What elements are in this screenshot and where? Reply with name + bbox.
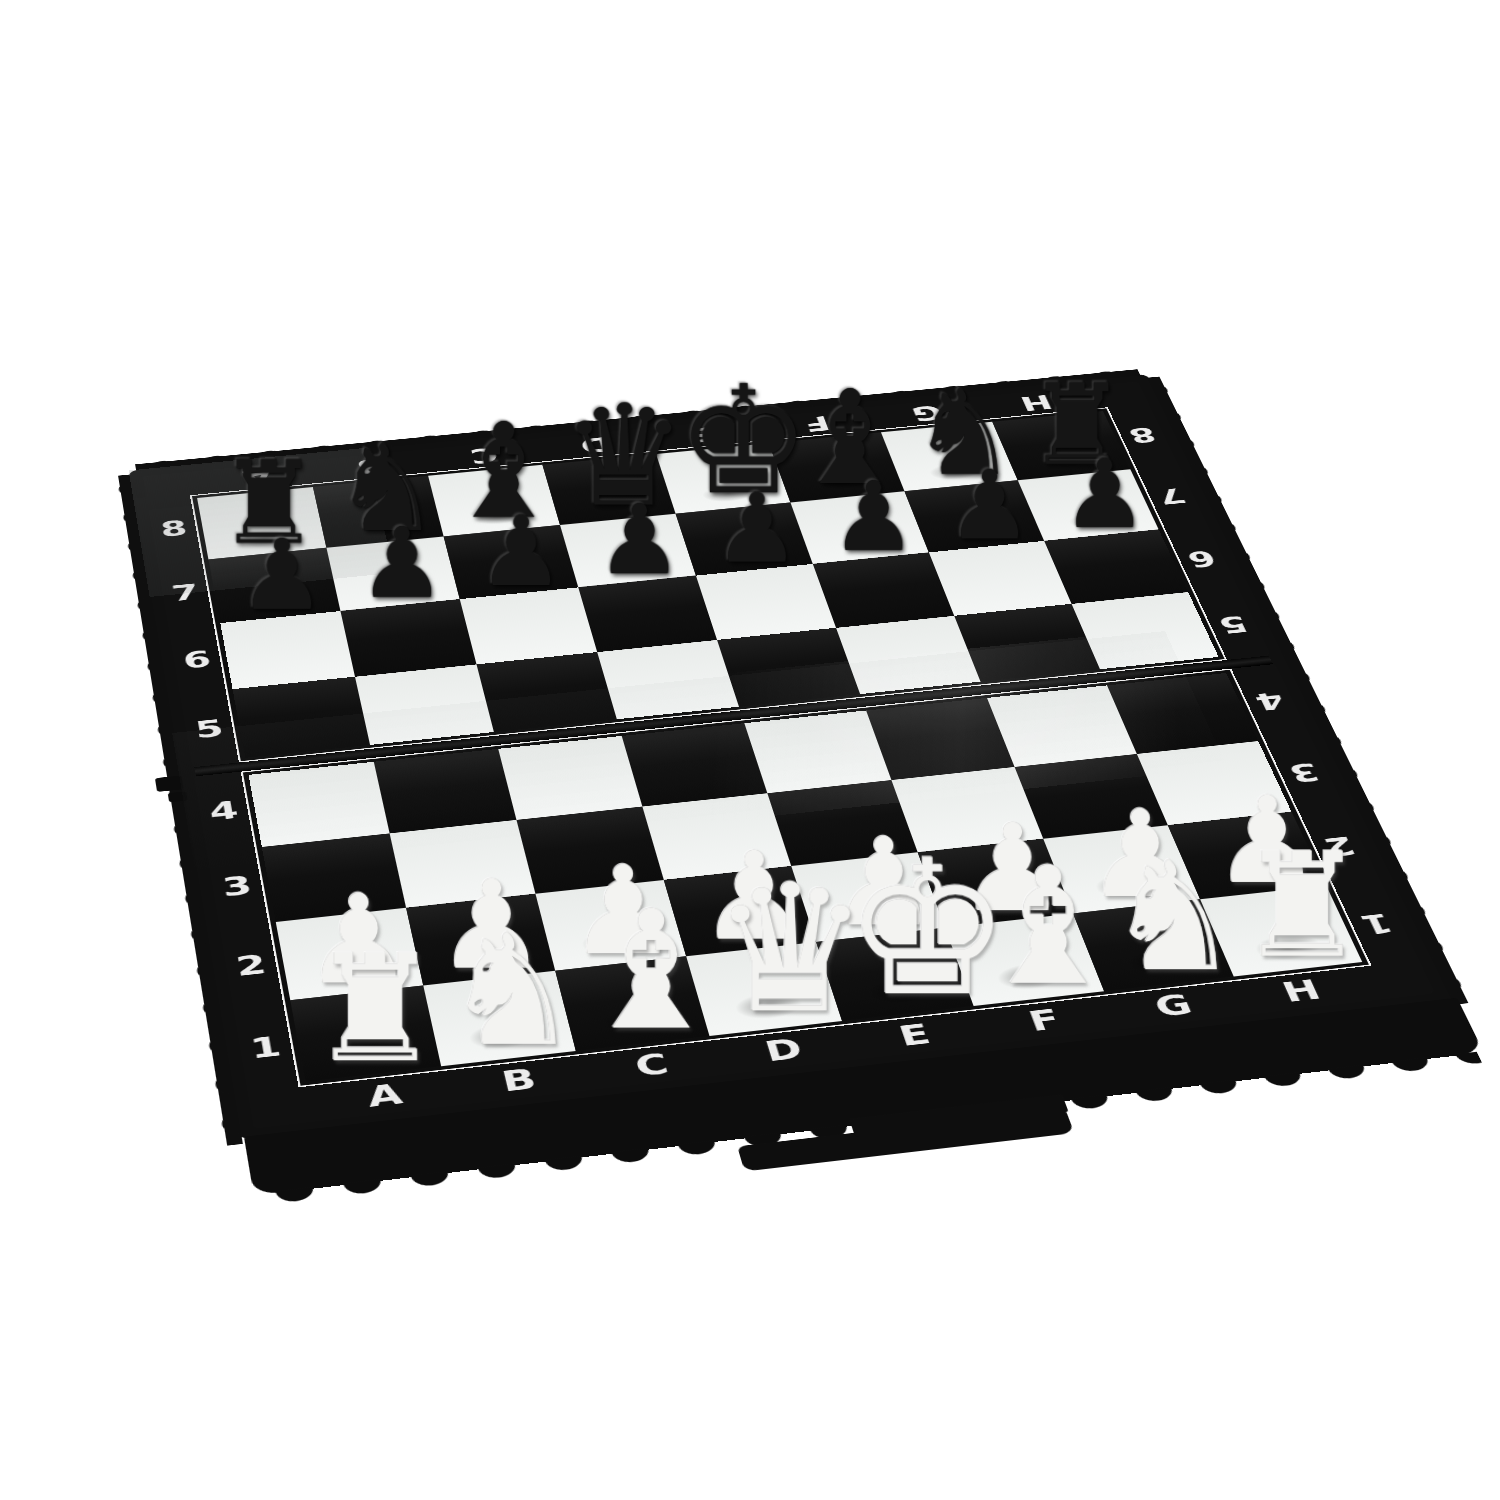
white-rook-a1[interactable]: ♜ [307, 936, 444, 1084]
white-queen-d1[interactable]: ♛ [711, 861, 846, 1038]
squares-ranks-8-to-5: ♜♞♝♛♚♝♞♜♟♟♟♟♟♟♟♟ [197, 411, 1219, 758]
square-b5[interactable] [355, 664, 494, 745]
black-pawn-e7[interactable]: ♟ [697, 481, 816, 577]
square-d4[interactable] [622, 723, 768, 806]
square-b1[interactable]: ♞ [423, 971, 576, 1067]
square-e4[interactable] [744, 711, 891, 794]
square-g4[interactable] [987, 685, 1137, 767]
black-pawn-g7[interactable]: ♟ [930, 458, 1048, 553]
chess-set: ABCDEFGH 8765 ♜♞♝♛♚♝♞♜♟♟♟♟♟♟♟♟ 8765 4321… [129, 374, 1454, 1140]
square-b7[interactable]: ♟ [326, 536, 459, 611]
white-rook-h1[interactable]: ♜ [1236, 834, 1369, 978]
square-f4[interactable] [866, 698, 1014, 780]
photo-background: { "game": "chess", "scene": "folding mag… [0, 0, 1500, 1500]
square-a7[interactable]: ♟ [208, 548, 340, 623]
square-c7[interactable]: ♟ [444, 525, 579, 599]
square-b4[interactable] [374, 749, 517, 834]
chess-case: ABCDEFGH 8765 ♜♞♝♛♚♝♞♜♟♟♟♟♟♟♟♟ 8765 4321… [129, 374, 1454, 1140]
white-bishop-c1[interactable]: ♝ [577, 889, 713, 1053]
white-knight-g1[interactable]: ♞ [1106, 842, 1240, 993]
rank-label-left-4: 4 [194, 772, 254, 851]
square-a1[interactable]: ♜ [290, 985, 441, 1081]
hinge-knuckle [155, 775, 184, 792]
board-frame-line-far: ♜♞♝♛♚♝♞♜♟♟♟♟♟♟♟♟ [190, 407, 1227, 762]
square-a4[interactable] [248, 762, 389, 847]
black-pawn-d7[interactable]: ♟ [580, 492, 700, 588]
hinge-knuckle [168, 791, 188, 802]
black-pawn-a7[interactable]: ♟ [222, 527, 343, 624]
square-d5[interactable] [597, 640, 739, 719]
square-c4[interactable] [498, 736, 642, 820]
white-knight-b1[interactable]: ♞ [443, 914, 579, 1068]
black-pawn-b7[interactable]: ♟ [342, 515, 462, 612]
black-pawn-f7[interactable]: ♟ [814, 469, 933, 565]
board-half-black-side: ABCDEFGH 8765 ♜♞♝♛♚♝♞♜♟♟♟♟♟♟♟♟ 8765 [143, 381, 1271, 767]
square-c5[interactable] [477, 652, 617, 732]
square-e5[interactable] [717, 628, 860, 707]
square-a5[interactable] [233, 677, 370, 758]
black-pawn-c7[interactable]: ♟ [461, 504, 581, 601]
scene: ABCDEFGH 8765 ♜♞♝♛♚♝♞♜♟♟♟♟♟♟♟♟ 8765 4321… [0, 0, 1500, 1500]
black-pawn-h7[interactable]: ♟ [1046, 447, 1164, 542]
